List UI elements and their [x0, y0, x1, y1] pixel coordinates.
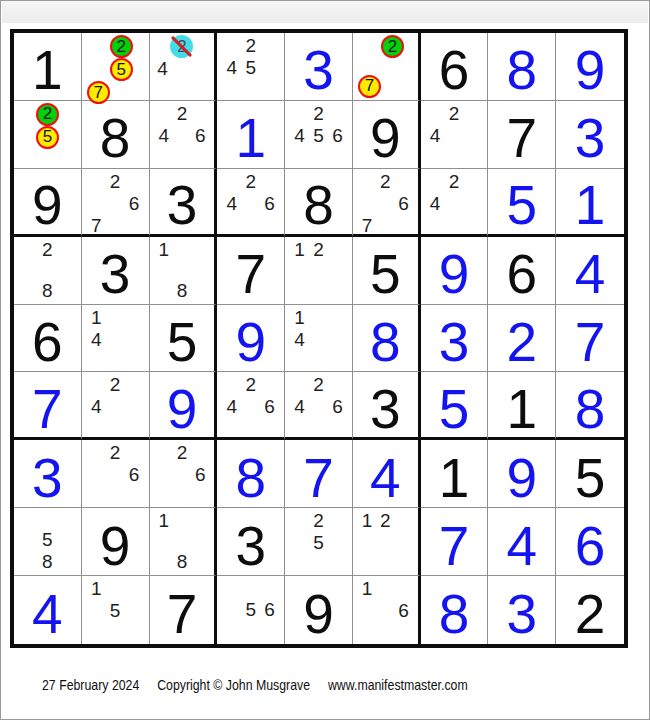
pencil-pos-8	[241, 215, 260, 232]
pencil-grid: 15	[82, 576, 149, 644]
pencil-pos-1	[426, 103, 445, 125]
pencil-pos-4	[222, 599, 241, 621]
cell-r8c9[interactable]: 6	[556, 508, 624, 576]
solved-digit: 4	[556, 237, 624, 304]
pencil-pos-9	[328, 418, 347, 435]
pencil-pos-5: 5	[309, 532, 328, 554]
pencil-pos-8	[173, 147, 191, 166]
pencil-pos-1: 1	[358, 578, 376, 600]
pencil-pos-4	[358, 532, 376, 552]
cell-r9c8[interactable]: 3	[488, 576, 556, 644]
candidate-8: 8	[42, 280, 53, 302]
cell-r8c6[interactable]: 12	[353, 508, 421, 576]
cell-r2c7[interactable]: 24	[421, 101, 489, 169]
cell-r5c5[interactable]: 14	[285, 305, 353, 373]
cell-r5c3[interactable]: 5	[150, 305, 218, 373]
pencil-pos-3	[260, 35, 279, 57]
pencil-pos-9	[464, 147, 483, 166]
pencil-pos-9	[260, 418, 279, 435]
pencil-pos-8	[309, 418, 328, 435]
given-digit: 1	[488, 372, 555, 437]
cell-r5c2[interactable]: 14	[82, 305, 150, 373]
pencil-pos-8	[309, 351, 328, 370]
cell-r6c1[interactable]: 7	[14, 372, 82, 440]
pencil-pos-7	[290, 351, 309, 370]
cell-r5c6[interactable]: 8	[353, 305, 421, 373]
pencil-grid: 28	[14, 237, 81, 304]
pencil-pos-4: 4	[290, 125, 309, 147]
footer-date: 27 February 2024	[42, 677, 139, 693]
solved-digit: 6	[556, 508, 624, 575]
cell-r5c4[interactable]: 9	[217, 305, 285, 373]
pencil-pos-6	[260, 57, 279, 79]
pencil-grid: 25	[285, 508, 352, 575]
pencil-pos-3	[404, 35, 413, 58]
cell-r1c3[interactable]: 24	[150, 33, 218, 101]
pencil-pos-2: 2	[376, 510, 394, 532]
pencil-pos-8	[309, 554, 328, 573]
pencil-pos-5	[106, 396, 125, 418]
pencil-pos-6: 6	[125, 193, 144, 215]
cell-r4c3[interactable]: 18	[150, 237, 218, 305]
cell-r2c5[interactable]: 2456	[285, 101, 353, 169]
cell-r4c2[interactable]: 3	[82, 237, 150, 305]
pencil-pos-9	[193, 80, 209, 98]
pencil-pos-8	[376, 622, 394, 642]
pencil-pos-2: 2	[445, 171, 464, 193]
pencil-pos-6: 6	[328, 125, 347, 147]
candidate-6: 6	[264, 599, 275, 621]
candidate-1: 1	[158, 510, 169, 532]
candidate-1: 1	[294, 239, 305, 261]
cell-r8c8[interactable]: 4	[488, 508, 556, 576]
cell-r7c3[interactable]: 26	[150, 440, 218, 508]
pencil-pos-8	[106, 622, 125, 642]
pencil-pos-6: 6	[191, 464, 209, 486]
pencil-pos-9	[394, 553, 412, 573]
pencil-pos-2: 2	[173, 103, 191, 125]
pencil-pos-2: 2	[36, 103, 59, 126]
given-digit: 9	[353, 101, 418, 168]
pencil-pos-8	[376, 215, 394, 237]
cell-r6c5[interactable]: 246	[285, 372, 353, 440]
pencil-pos-1	[87, 171, 106, 193]
candidate-5: 5	[313, 125, 324, 147]
cell-r6c3[interactable]: 9	[150, 372, 218, 440]
cell-r8c7[interactable]: 7	[421, 508, 489, 576]
pencil-grid: 14	[285, 305, 352, 372]
cell-r9c5[interactable]: 9	[285, 576, 353, 644]
candidate-4: 4	[158, 125, 169, 147]
pencil-pos-9	[464, 215, 483, 232]
pencil-grid: 58	[14, 508, 81, 575]
candidate-8: 8	[177, 551, 188, 573]
pencil-pos-9	[260, 79, 279, 98]
sudoku-board: 1257242453276892582461245692473926732468…	[10, 29, 628, 648]
candidate-2-green-circle: 2	[36, 103, 59, 126]
pencil-pos-5: 5	[38, 529, 57, 551]
cell-r3c8[interactable]: 5	[488, 169, 556, 237]
pencil-pos-2: 2	[241, 374, 260, 396]
cell-r7c5[interactable]: 7	[285, 440, 353, 508]
given-digit: 3	[217, 508, 284, 575]
cell-r6c7[interactable]: 5	[421, 372, 489, 440]
given-digit: 9	[14, 169, 81, 234]
candidate-2: 2	[110, 374, 121, 396]
footer-copyright: Copyright © John Musgrave	[157, 677, 310, 693]
pencil-pos-7	[426, 215, 445, 232]
cell-r2c9[interactable]: 3	[556, 101, 624, 169]
solved-digit: 8	[353, 305, 418, 372]
pencil-pos-3	[133, 35, 144, 58]
pencil-pos-9	[57, 280, 76, 302]
pencil-pos-7	[290, 418, 309, 435]
cell-r3c9[interactable]: 1	[556, 169, 624, 237]
cell-r1c7[interactable]: 6	[421, 33, 489, 101]
candidate-4: 4	[157, 58, 168, 80]
pencil-pos-6	[193, 58, 209, 80]
cell-r7c9[interactable]: 5	[556, 440, 624, 508]
pencil-pos-5	[376, 193, 394, 215]
candidate-2: 2	[177, 103, 188, 125]
solved-digit: 8	[488, 33, 555, 100]
cell-r3c2[interactable]: 267	[82, 169, 150, 237]
pencil-pos-5	[309, 329, 328, 351]
pencil-pos-1	[222, 578, 241, 599]
pencil-grid: 2456	[285, 101, 352, 168]
strike-line-icon	[171, 36, 192, 57]
pencil-pos-9	[260, 215, 279, 232]
pencil-grid: 267	[82, 169, 149, 234]
pencil-pos-7	[222, 418, 241, 435]
cell-r9c2[interactable]: 15	[82, 576, 150, 644]
solved-digit: 3	[421, 305, 488, 372]
pencil-pos-8	[173, 486, 191, 505]
cell-r7c2[interactable]: 26	[82, 440, 150, 508]
cell-r9c4[interactable]: 56	[217, 576, 285, 644]
pencil-pos-8	[445, 147, 464, 166]
pencil-pos-5	[38, 261, 57, 280]
pencil-pos-3	[260, 578, 279, 599]
pencil-pos-2	[38, 510, 57, 529]
cell-r8c5[interactable]: 25	[285, 508, 353, 576]
cell-r4c4[interactable]: 7	[217, 237, 285, 305]
cell-r4c5[interactable]: 12	[285, 237, 353, 305]
pencil-grid: 257	[82, 33, 149, 100]
pencil-pos-6: 6	[260, 599, 279, 621]
solved-digit: 7	[421, 508, 488, 575]
pencil-pos-3	[191, 442, 209, 464]
candidate-2: 2	[313, 103, 324, 125]
solved-digit: 9	[421, 237, 488, 304]
pencil-pos-3	[125, 374, 144, 396]
candidate-6: 6	[332, 396, 343, 418]
pencil-pos-1	[290, 103, 309, 125]
pencil-pos-2: 2	[106, 374, 125, 396]
pencil-pos-1	[222, 171, 241, 193]
pencil-pos-2: 2	[110, 35, 133, 58]
pencil-pos-2: 2	[309, 239, 328, 261]
pencil-pos-7	[19, 149, 36, 166]
cell-r1c5[interactable]: 3	[285, 33, 353, 101]
pencil-pos-7	[290, 147, 309, 166]
cell-r1c6[interactable]: 27	[353, 33, 421, 101]
cell-r3c5[interactable]: 8	[285, 169, 353, 237]
given-digit: 7	[217, 237, 284, 304]
pencil-pos-1	[87, 442, 106, 464]
given-digit: 6	[488, 237, 555, 304]
pencil-pos-7	[155, 551, 173, 573]
cell-r9c7[interactable]: 8	[421, 576, 489, 644]
cell-r9c9[interactable]: 2	[556, 576, 624, 644]
solved-digit: 2	[488, 305, 555, 372]
pencil-pos-3	[328, 374, 347, 396]
candidate-6: 6	[195, 125, 206, 147]
pencil-pos-5	[309, 396, 328, 418]
pencil-pos-2: 2	[309, 510, 328, 532]
pencil-pos-8	[309, 281, 328, 301]
cell-r4c9[interactable]: 4	[556, 237, 624, 305]
cell-r5c8[interactable]: 2	[488, 305, 556, 373]
pencil-pos-3	[328, 239, 347, 261]
pencil-pos-7	[290, 554, 309, 573]
cell-r5c7[interactable]: 3	[421, 305, 489, 373]
candidate-6: 6	[264, 396, 275, 418]
candidate-2: 2	[245, 35, 256, 57]
pencil-pos-4	[155, 261, 173, 280]
pencil-pos-3	[328, 307, 347, 329]
candidate-4: 4	[294, 396, 305, 418]
given-digit: 3	[82, 237, 149, 304]
candidate-4: 4	[430, 125, 441, 147]
cell-r5c1[interactable]: 6	[14, 305, 82, 373]
cell-r2c1[interactable]: 25	[14, 101, 82, 169]
pencil-pos-5	[173, 532, 191, 551]
cell-r3c7[interactable]: 24	[421, 169, 489, 237]
pencil-pos-8	[106, 215, 125, 237]
candidate-5: 5	[245, 599, 256, 621]
cell-r7c4[interactable]: 8	[217, 440, 285, 508]
pencil-pos-9	[191, 280, 209, 302]
candidate-2: 2	[313, 239, 324, 261]
cell-r3c1[interactable]: 9	[14, 169, 82, 237]
candidate-7: 7	[362, 215, 373, 237]
cell-r2c3[interactable]: 246	[150, 101, 218, 169]
pencil-pos-3	[125, 307, 144, 329]
pencil-pos-3	[57, 239, 76, 261]
pencil-pos-5	[381, 58, 404, 75]
pencil-pos-7	[87, 351, 106, 370]
pencil-pos-7: 7	[358, 75, 381, 98]
cell-r6c4[interactable]: 246	[217, 372, 285, 440]
cell-r1c1[interactable]: 1	[14, 33, 82, 101]
cell-r6c8[interactable]: 1	[488, 372, 556, 440]
candidate-6: 6	[195, 464, 206, 486]
candidate-2: 2	[177, 442, 188, 464]
pencil-grid: 246	[217, 169, 284, 234]
pencil-pos-3	[191, 239, 209, 261]
pencil-pos-4	[358, 58, 381, 75]
candidate-8: 8	[42, 551, 53, 573]
candidate-2: 2	[245, 171, 256, 193]
cell-r3c6[interactable]: 267	[353, 169, 421, 237]
pencil-pos-5	[309, 261, 328, 281]
cell-r3c4[interactable]: 246	[217, 169, 285, 237]
pencil-pos-9	[125, 351, 144, 370]
solved-digit: 5	[488, 169, 555, 234]
pencil-pos-8	[381, 75, 404, 98]
cell-r2c8[interactable]: 7	[488, 101, 556, 169]
pencil-pos-2	[376, 578, 394, 600]
pencil-pos-4	[19, 261, 38, 280]
pencil-pos-9	[125, 418, 144, 435]
candidate-4: 4	[227, 396, 238, 418]
solved-digit: 9	[556, 33, 624, 100]
cell-r9c3[interactable]: 7	[150, 576, 218, 644]
pencil-pos-4: 4	[222, 193, 241, 215]
pencil-pos-6: 6	[191, 125, 209, 147]
pencil-pos-8: 8	[38, 551, 57, 573]
pencil-pos-6	[464, 125, 483, 147]
solved-digit: 5	[421, 372, 488, 437]
cell-r7c1[interactable]: 3	[14, 440, 82, 508]
pencil-pos-2	[241, 578, 260, 599]
cell-r6c9[interactable]: 8	[556, 372, 624, 440]
pencil-pos-3	[125, 171, 144, 193]
pencil-pos-8: 8	[173, 280, 191, 302]
candidate-2: 2	[380, 171, 391, 193]
cell-r1c2[interactable]: 257	[82, 33, 150, 101]
cell-r1c4[interactable]: 245	[217, 33, 285, 101]
cell-r3c3[interactable]: 3	[150, 169, 218, 237]
cell-r7c7[interactable]: 1	[421, 440, 489, 508]
pencil-pos-4: 4	[87, 329, 106, 351]
candidate-5: 5	[42, 529, 53, 551]
pencil-pos-3	[328, 103, 347, 125]
pencil-pos-7	[290, 281, 309, 301]
cell-r7c6[interactable]: 4	[353, 440, 421, 508]
pencil-pos-1: 1	[290, 307, 309, 329]
pencil-pos-5	[173, 261, 191, 280]
pencil-pos-1	[358, 171, 376, 193]
candidate-6: 6	[398, 193, 409, 215]
pencil-grid: 27	[353, 33, 418, 100]
pencil-pos-1	[155, 35, 171, 58]
cell-r6c6[interactable]: 3	[353, 372, 421, 440]
pencil-pos-9	[404, 75, 413, 98]
pencil-pos-6: 6	[394, 193, 412, 215]
pencil-grid: 24	[421, 169, 488, 234]
pencil-pos-4	[19, 529, 38, 551]
candidate-1: 1	[158, 239, 169, 261]
pencil-pos-2: 2	[106, 442, 125, 464]
cell-r2c6[interactable]: 9	[353, 101, 421, 169]
given-digit: 8	[82, 101, 149, 168]
pencil-pos-4: 4	[426, 193, 445, 215]
candidate-2: 2	[313, 510, 324, 532]
cell-r4c1[interactable]: 28	[14, 237, 82, 305]
cell-r4c6[interactable]: 5	[353, 237, 421, 305]
cell-r8c4[interactable]: 3	[217, 508, 285, 576]
cell-r7c8[interactable]: 9	[488, 440, 556, 508]
cell-r6c2[interactable]: 24	[82, 372, 150, 440]
pencil-pos-4	[290, 532, 309, 554]
candidate-4: 4	[227, 57, 238, 79]
pencil-pos-7	[222, 215, 241, 232]
pencil-pos-1: 1	[155, 510, 173, 532]
pencil-pos-1: 1	[358, 510, 376, 532]
candidate-2: 2	[449, 103, 460, 125]
cell-r1c8[interactable]: 8	[488, 33, 556, 101]
candidate-2: 2	[380, 510, 391, 532]
footer-website: www.manifestmaster.com	[328, 677, 468, 693]
pencil-pos-7	[155, 80, 171, 98]
pencil-pos-5	[376, 600, 394, 622]
candidate-7: 7	[91, 215, 102, 237]
pencil-pos-5	[445, 125, 464, 147]
pencil-pos-1	[358, 35, 381, 58]
given-digit: 5	[150, 305, 215, 372]
cell-r8c1[interactable]: 58	[14, 508, 82, 576]
pencil-pos-6	[394, 532, 412, 552]
solved-digit: 4	[14, 576, 81, 644]
pencil-pos-3	[59, 103, 76, 126]
pencil-pos-8: 8	[173, 551, 191, 573]
cell-r5c9[interactable]: 7	[556, 305, 624, 373]
solved-digit: 8	[556, 372, 624, 437]
pencil-pos-6	[191, 261, 209, 280]
cell-r8c2[interactable]: 9	[82, 508, 150, 576]
cell-r8c3[interactable]: 18	[150, 508, 218, 576]
given-digit: 3	[353, 372, 418, 437]
cell-r2c4[interactable]: 1	[217, 101, 285, 169]
pencil-pos-7	[19, 280, 38, 302]
pencil-grid: 26	[82, 440, 149, 507]
cell-r9c1[interactable]: 4	[14, 576, 82, 644]
pencil-pos-3	[125, 442, 144, 464]
pencil-pos-4	[155, 532, 173, 551]
pencil-pos-7	[87, 622, 106, 642]
pencil-pos-5: 5	[36, 126, 59, 149]
pencil-pos-2: 2	[241, 171, 260, 193]
pencil-pos-1	[19, 103, 36, 126]
candidate-2: 2	[42, 239, 53, 261]
candidate-5: 5	[110, 600, 121, 622]
pencil-pos-7	[358, 622, 376, 642]
candidate-2-green-circle: 2	[381, 35, 404, 58]
solved-digit: 7	[556, 305, 624, 372]
pencil-grid: 246	[285, 372, 352, 437]
pencil-pos-2: 2	[241, 35, 260, 57]
cell-r9c6[interactable]: 16	[353, 576, 421, 644]
pencil-grid: 26	[150, 440, 215, 507]
cell-r4c7[interactable]: 9	[421, 237, 489, 305]
candidate-5: 5	[313, 532, 324, 554]
pencil-pos-3	[57, 510, 76, 529]
pencil-pos-4: 4	[87, 396, 106, 418]
candidate-6: 6	[398, 600, 409, 622]
cell-r1c9[interactable]: 9	[556, 33, 624, 101]
cell-r2c2[interactable]: 8	[82, 101, 150, 169]
pencil-grid: 24	[150, 33, 215, 100]
cell-r4c8[interactable]: 6	[488, 237, 556, 305]
candidate-2: 2	[313, 374, 324, 396]
pencil-pos-2	[106, 578, 125, 600]
pencil-pos-9	[260, 621, 279, 642]
pencil-pos-5	[445, 193, 464, 215]
candidate-4: 4	[227, 193, 238, 215]
pencil-pos-1: 1	[87, 307, 106, 329]
